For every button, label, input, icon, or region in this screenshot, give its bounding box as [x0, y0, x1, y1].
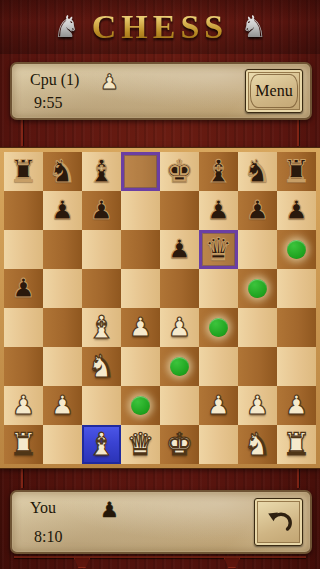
- frame-ornament: [14, 556, 306, 558]
- square-c8[interactable]: ♝: [82, 152, 121, 191]
- square-g2[interactable]: ♟: [238, 386, 277, 425]
- square-d1[interactable]: ♛: [121, 425, 160, 464]
- cpu-player-name: Cpu (1): [30, 71, 79, 89]
- square-h5[interactable]: [277, 269, 316, 308]
- square-d5[interactable]: [121, 269, 160, 308]
- square-b7[interactable]: ♟: [43, 191, 82, 230]
- legal-move-dot[interactable]: [287, 240, 306, 259]
- square-g5[interactable]: [238, 269, 277, 308]
- square-f2[interactable]: ♟: [199, 386, 238, 425]
- square-g1[interactable]: ♞: [238, 425, 277, 464]
- piece-black-pawn: ♟: [168, 230, 191, 269]
- square-d6[interactable]: [121, 230, 160, 269]
- piece-white-queen: ♛: [127, 425, 155, 464]
- square-b3[interactable]: [43, 347, 82, 386]
- piece-white-bishop: ♝: [88, 425, 116, 464]
- piece-white-rook: ♜: [10, 425, 38, 464]
- legal-move-dot[interactable]: [248, 279, 267, 298]
- piece-black-pawn: ♟: [246, 191, 269, 230]
- piece-black-knight: ♞: [244, 152, 272, 191]
- square-f8[interactable]: ♝: [199, 152, 238, 191]
- square-b1[interactable]: [43, 425, 82, 464]
- square-a5[interactable]: ♟: [4, 269, 43, 308]
- square-b4[interactable]: [43, 308, 82, 347]
- piece-white-bishop: ♝: [88, 308, 116, 347]
- piece-black-bishop: ♝: [205, 152, 233, 191]
- square-h3[interactable]: [277, 347, 316, 386]
- square-g8[interactable]: ♞: [238, 152, 277, 191]
- square-d7[interactable]: [121, 191, 160, 230]
- square-f6[interactable]: ♛: [199, 230, 238, 269]
- square-a7[interactable]: [4, 191, 43, 230]
- square-g4[interactable]: [238, 308, 277, 347]
- cpu-clock: 9:55: [34, 94, 62, 112]
- piece-white-rook: ♜: [283, 425, 311, 464]
- square-c1[interactable]: ♝: [82, 425, 121, 464]
- square-c7[interactable]: ♟: [82, 191, 121, 230]
- piece-black-king: ♚: [166, 152, 194, 191]
- square-h6[interactable]: [277, 230, 316, 269]
- square-d2[interactable]: [121, 386, 160, 425]
- square-f1[interactable]: [199, 425, 238, 464]
- square-f4[interactable]: [199, 308, 238, 347]
- piece-black-rook: ♜: [283, 152, 311, 191]
- square-a8[interactable]: ♜: [4, 152, 43, 191]
- piece-black-pawn: ♟: [207, 191, 230, 230]
- square-a3[interactable]: [4, 347, 43, 386]
- knight-icon: ♞: [53, 0, 80, 54]
- square-h7[interactable]: ♟: [277, 191, 316, 230]
- square-d3[interactable]: [121, 347, 160, 386]
- square-c3[interactable]: ♞: [82, 347, 121, 386]
- square-c4[interactable]: ♝: [82, 308, 121, 347]
- square-e7[interactable]: [160, 191, 199, 230]
- black-pawn-icon: ♟: [100, 498, 119, 522]
- square-a2[interactable]: ♟: [4, 386, 43, 425]
- square-c5[interactable]: [82, 269, 121, 308]
- knight-icon: ♞: [240, 0, 267, 54]
- frame-ornament: [297, 468, 299, 488]
- square-e8[interactable]: ♚: [160, 152, 199, 191]
- app-screen: ♞ CHESS ♞ Cpu (1) ♟ 9:55 Menu ♜♞♝♚♝♞♜♟♟♟…: [0, 0, 320, 569]
- you-clock: 8:10: [34, 528, 62, 546]
- menu-button[interactable]: Menu: [245, 69, 303, 113]
- square-e4[interactable]: ♟: [160, 308, 199, 347]
- square-f7[interactable]: ♟: [199, 191, 238, 230]
- piece-black-pawn: ♟: [285, 191, 308, 230]
- you-player-name: You: [30, 499, 56, 517]
- piece-black-queen: ♛: [205, 230, 233, 269]
- chess-board-frame: ♜♞♝♚♝♞♜♟♟♟♟♟♟♛♟♝♟♟♞♟♟♟♟♟♜♝♛♚♞♜: [0, 148, 320, 468]
- cpu-player-panel: Cpu (1) ♟ 9:55 Menu: [10, 62, 312, 120]
- you-player-panel: You ♟ 8:10: [10, 490, 312, 554]
- square-e2[interactable]: [160, 386, 199, 425]
- piece-black-pawn: ♟: [12, 269, 35, 308]
- square-e5[interactable]: [160, 269, 199, 308]
- square-f5[interactable]: [199, 269, 238, 308]
- square-g3[interactable]: [238, 347, 277, 386]
- piece-black-pawn: ♟: [51, 191, 74, 230]
- piece-black-bishop: ♝: [88, 152, 116, 191]
- square-c6[interactable]: [82, 230, 121, 269]
- square-b8[interactable]: ♞: [43, 152, 82, 191]
- frame-ornament: [74, 558, 90, 568]
- legal-move-dot[interactable]: [170, 357, 189, 376]
- undo-button[interactable]: [254, 498, 303, 546]
- title-bar: ♞ CHESS ♞: [0, 0, 320, 54]
- square-e1[interactable]: ♚: [160, 425, 199, 464]
- frame-ornament: [21, 118, 23, 146]
- white-pawn-icon: ♟: [100, 70, 119, 94]
- square-c2[interactable]: [82, 386, 121, 425]
- frame-ornament: [297, 118, 299, 146]
- piece-black-rook: ♜: [10, 152, 38, 191]
- legal-move-dot[interactable]: [209, 318, 228, 337]
- piece-white-pawn: ♟: [207, 386, 230, 425]
- square-a4[interactable]: [4, 308, 43, 347]
- undo-arrow-icon: [265, 509, 293, 535]
- square-d4[interactable]: ♟: [121, 308, 160, 347]
- piece-white-knight: ♞: [88, 347, 116, 386]
- chess-board: ♜♞♝♚♝♞♜♟♟♟♟♟♟♛♟♝♟♟♞♟♟♟♟♟♜♝♛♚♞♜: [4, 152, 316, 464]
- piece-white-knight: ♞: [244, 425, 272, 464]
- square-g6[interactable]: [238, 230, 277, 269]
- piece-white-pawn: ♟: [129, 308, 152, 347]
- square-b5[interactable]: [43, 269, 82, 308]
- menu-button-label: Menu: [255, 82, 292, 100]
- square-f3[interactable]: [199, 347, 238, 386]
- square-e3[interactable]: [160, 347, 199, 386]
- piece-white-pawn: ♟: [12, 386, 35, 425]
- square-a6[interactable]: [4, 230, 43, 269]
- square-d8[interactable]: [121, 152, 160, 191]
- square-b2[interactable]: ♟: [43, 386, 82, 425]
- piece-white-pawn: ♟: [51, 386, 74, 425]
- frame-ornament: [21, 468, 23, 488]
- square-h4[interactable]: [277, 308, 316, 347]
- square-b6[interactable]: [43, 230, 82, 269]
- legal-move-dot[interactable]: [131, 396, 150, 415]
- square-g7[interactable]: ♟: [238, 191, 277, 230]
- square-e6[interactable]: ♟: [160, 230, 199, 269]
- piece-white-pawn: ♟: [285, 386, 308, 425]
- square-h8[interactable]: ♜: [277, 152, 316, 191]
- square-a1[interactable]: ♜: [4, 425, 43, 464]
- app-title: CHESS: [92, 0, 229, 54]
- square-h2[interactable]: ♟: [277, 386, 316, 425]
- piece-white-pawn: ♟: [246, 386, 269, 425]
- square-h1[interactable]: ♜: [277, 425, 316, 464]
- piece-black-pawn: ♟: [90, 191, 113, 230]
- piece-white-pawn: ♟: [168, 308, 191, 347]
- frame-ornament: [224, 558, 240, 568]
- piece-black-knight: ♞: [49, 152, 77, 191]
- piece-white-king: ♚: [166, 425, 194, 464]
